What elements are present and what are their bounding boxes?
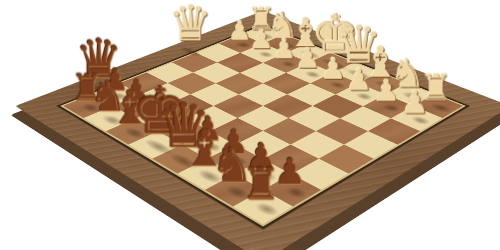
chess-set-photo: ♜♞♝♛♚♝♞♜♟♟♟♟♟♟♟♟♟♟♟♟♟♟♟♟♜♞♝♛♚♝♞♜♛♛ — [0, 0, 500, 250]
white-queen-glyph: ♛ — [168, 2, 204, 49]
black-rook-a8: ♜ — [237, 164, 286, 208]
white-queen-extra-on-frame: ♛ — [168, 2, 204, 51]
chess-board-frame: ♜♞♝♛♚♝♞♜♟♟♟♟♟♟♟♟♟♟♟♟♟♟♟♟♜♞♝♛♚♝♞♜♛♛ — [15, 11, 500, 250]
white-pawn-glyph: ♟ — [394, 88, 436, 118]
white-pawn-a2: ♟ — [394, 88, 436, 119]
black-rook-glyph: ♜ — [237, 164, 286, 205]
